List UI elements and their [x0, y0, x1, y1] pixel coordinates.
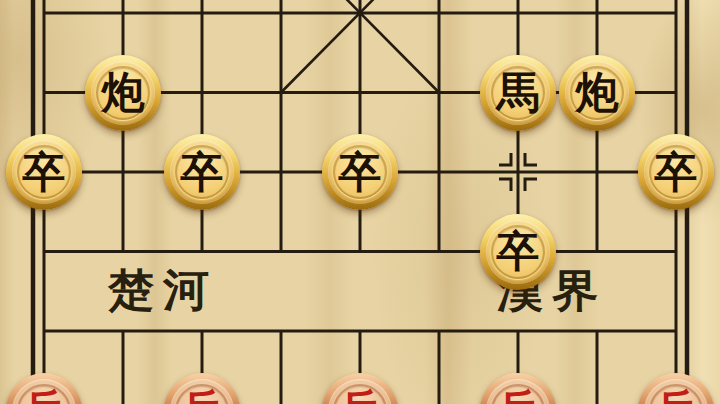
piece-glyph: 兵 [164, 373, 240, 404]
piece-glyph: 兵 [480, 373, 556, 404]
piece-black-soldier[interactable]: 卒 [322, 134, 398, 210]
piece-black-soldier[interactable]: 卒 [480, 214, 556, 290]
piece-black-horse[interactable]: 馬 [480, 55, 556, 131]
piece-glyph: 卒 [6, 134, 82, 210]
piece-glyph: 兵 [638, 373, 714, 404]
piece-glyph: 卒 [480, 214, 556, 290]
piece-black-cannon[interactable]: 炮 [559, 55, 635, 131]
piece-red-soldier[interactable]: 兵 [322, 373, 398, 404]
river-label-chu-he: 楚河 [108, 261, 218, 321]
piece-glyph: 卒 [164, 134, 240, 210]
piece-glyph: 炮 [559, 55, 635, 131]
piece-black-soldier[interactable]: 卒 [164, 134, 240, 210]
piece-glyph: 卒 [638, 134, 714, 210]
piece-black-soldier[interactable]: 卒 [638, 134, 714, 210]
piece-red-soldier[interactable]: 兵 [164, 373, 240, 404]
piece-glyph: 卒 [322, 134, 398, 210]
piece-glyph: 兵 [6, 373, 82, 404]
piece-red-soldier[interactable]: 兵 [638, 373, 714, 404]
piece-black-cannon[interactable]: 炮 [85, 55, 161, 131]
piece-red-soldier[interactable]: 兵 [6, 373, 82, 404]
piece-glyph: 馬 [480, 55, 556, 131]
piece-glyph: 炮 [85, 55, 161, 131]
piece-red-soldier[interactable]: 兵 [480, 373, 556, 404]
piece-glyph: 兵 [322, 373, 398, 404]
piece-black-soldier[interactable]: 卒 [6, 134, 82, 210]
xiangqi-board[interactable]: 楚河 漢界 炮馬炮卒卒卒卒卒兵兵兵兵兵 [0, 0, 720, 404]
